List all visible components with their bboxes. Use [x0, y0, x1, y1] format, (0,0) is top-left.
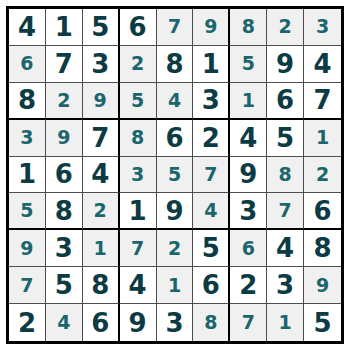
cell-r7c2[interactable]: 3	[46, 230, 83, 267]
cell-r5c2[interactable]: 6	[46, 157, 83, 194]
cell-r5c7[interactable]: 9	[230, 157, 267, 194]
sudoku-board: 4156798236732815948295431673978624511643…	[6, 6, 344, 344]
cell-r5c9[interactable]: 2	[304, 157, 341, 194]
cell-r8c1[interactable]: 7	[9, 267, 46, 304]
cell-r4c1[interactable]: 3	[9, 120, 46, 157]
cell-r4c9[interactable]: 1	[304, 120, 341, 157]
cell-r2c3[interactable]: 3	[83, 46, 120, 83]
cell-r8c2[interactable]: 5	[46, 267, 83, 304]
cell-r3c3[interactable]: 9	[83, 83, 120, 120]
cell-r7c5[interactable]: 2	[157, 230, 194, 267]
cell-r2c4[interactable]: 2	[120, 46, 157, 83]
cell-r5c4[interactable]: 3	[120, 157, 157, 194]
cell-r9c6[interactable]: 8	[193, 304, 230, 341]
cell-r4c2[interactable]: 9	[46, 120, 83, 157]
cell-r2c5[interactable]: 8	[157, 46, 194, 83]
cell-r6c1[interactable]: 5	[9, 193, 46, 230]
cell-r8c3[interactable]: 8	[83, 267, 120, 304]
cell-r5c1[interactable]: 1	[9, 157, 46, 194]
cell-r2c6[interactable]: 1	[193, 46, 230, 83]
cell-r5c5[interactable]: 5	[157, 157, 194, 194]
cell-r3c4[interactable]: 5	[120, 83, 157, 120]
cell-r8c9[interactable]: 9	[304, 267, 341, 304]
cell-r8c6[interactable]: 6	[193, 267, 230, 304]
cell-r1c6[interactable]: 9	[193, 9, 230, 46]
cell-r3c5[interactable]: 4	[157, 83, 194, 120]
cell-r7c6[interactable]: 5	[193, 230, 230, 267]
cell-r1c3[interactable]: 5	[83, 9, 120, 46]
cell-r8c4[interactable]: 4	[120, 267, 157, 304]
cell-r4c4[interactable]: 8	[120, 120, 157, 157]
cell-r7c4[interactable]: 7	[120, 230, 157, 267]
cell-r4c5[interactable]: 6	[157, 120, 194, 157]
cell-r9c9[interactable]: 5	[304, 304, 341, 341]
cell-r6c2[interactable]: 8	[46, 193, 83, 230]
cell-r7c7[interactable]: 6	[230, 230, 267, 267]
cell-r4c8[interactable]: 5	[267, 120, 304, 157]
cell-r3c8[interactable]: 6	[267, 83, 304, 120]
cell-r3c1[interactable]: 8	[9, 83, 46, 120]
cell-r8c7[interactable]: 2	[230, 267, 267, 304]
cell-r6c3[interactable]: 2	[83, 193, 120, 230]
cell-r2c1[interactable]: 6	[9, 46, 46, 83]
cell-r9c2[interactable]: 4	[46, 304, 83, 341]
cell-r3c2[interactable]: 2	[46, 83, 83, 120]
cell-r9c5[interactable]: 3	[157, 304, 194, 341]
cell-r1c1[interactable]: 4	[9, 9, 46, 46]
cell-r1c7[interactable]: 8	[230, 9, 267, 46]
cell-r6c5[interactable]: 9	[157, 193, 194, 230]
cell-r2c8[interactable]: 9	[267, 46, 304, 83]
cell-r4c7[interactable]: 4	[230, 120, 267, 157]
cell-r1c2[interactable]: 1	[46, 9, 83, 46]
cell-r4c3[interactable]: 7	[83, 120, 120, 157]
cell-r7c3[interactable]: 1	[83, 230, 120, 267]
cell-r9c1[interactable]: 2	[9, 304, 46, 341]
cell-r1c4[interactable]: 6	[120, 9, 157, 46]
cell-r5c8[interactable]: 8	[267, 157, 304, 194]
cell-r9c7[interactable]: 7	[230, 304, 267, 341]
cell-r1c9[interactable]: 3	[304, 9, 341, 46]
cell-r4c6[interactable]: 2	[193, 120, 230, 157]
cell-r3c7[interactable]: 1	[230, 83, 267, 120]
cell-r7c1[interactable]: 9	[9, 230, 46, 267]
cell-r9c4[interactable]: 9	[120, 304, 157, 341]
cell-r6c4[interactable]: 1	[120, 193, 157, 230]
cell-r9c3[interactable]: 6	[83, 304, 120, 341]
cell-r8c8[interactable]: 3	[267, 267, 304, 304]
cell-r2c2[interactable]: 7	[46, 46, 83, 83]
cell-r9c8[interactable]: 1	[267, 304, 304, 341]
cell-r7c9[interactable]: 8	[304, 230, 341, 267]
cell-r6c8[interactable]: 7	[267, 193, 304, 230]
cell-r6c6[interactable]: 4	[193, 193, 230, 230]
cell-r5c6[interactable]: 7	[193, 157, 230, 194]
cell-r1c5[interactable]: 7	[157, 9, 194, 46]
cell-r7c8[interactable]: 4	[267, 230, 304, 267]
cell-r1c8[interactable]: 2	[267, 9, 304, 46]
cell-r3c6[interactable]: 3	[193, 83, 230, 120]
cell-r6c7[interactable]: 3	[230, 193, 267, 230]
cell-r8c5[interactable]: 1	[157, 267, 194, 304]
cell-r6c9[interactable]: 6	[304, 193, 341, 230]
cell-r2c7[interactable]: 5	[230, 46, 267, 83]
cell-r5c3[interactable]: 4	[83, 157, 120, 194]
cell-r3c9[interactable]: 7	[304, 83, 341, 120]
cell-r2c9[interactable]: 4	[304, 46, 341, 83]
